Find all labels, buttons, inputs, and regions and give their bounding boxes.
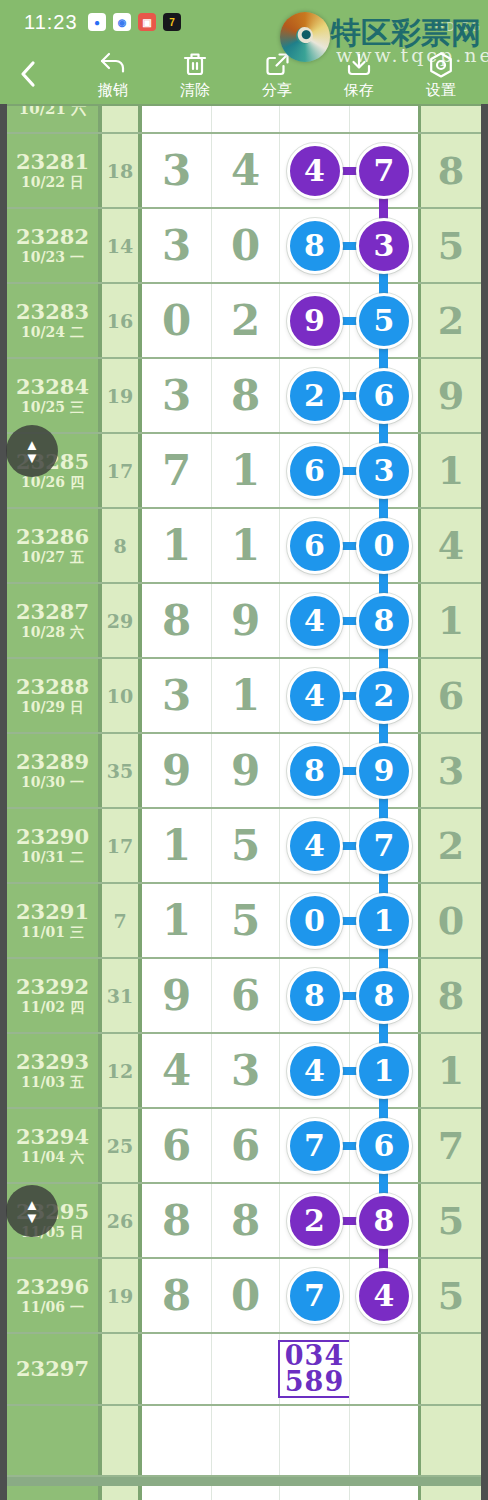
issue-date: 10/31 二 (21, 850, 84, 865)
digit-2: 9 (231, 596, 260, 645)
clear-label: 清除 (180, 81, 210, 100)
digit-cell-1: 8 (142, 584, 211, 657)
sum-value: 18 (107, 160, 133, 182)
digit-cell-2: 1 (211, 659, 279, 732)
issue-number: 23297 (16, 1358, 89, 1380)
sum-cell: 17 (102, 809, 138, 882)
issue-number: 23293 (16, 1051, 89, 1073)
sum-value: 12 (107, 1060, 133, 1082)
sum-cell: 26 (102, 1184, 138, 1257)
prediction-pick-box[interactable]: 034 589 (278, 1340, 351, 1397)
sum-value: 17 (107, 835, 133, 857)
issue-cell: 23297 (7, 1334, 98, 1404)
undo-label: 撤销 (98, 81, 128, 100)
tail-cell: 0 (421, 884, 481, 957)
digit-1: 3 (162, 671, 191, 720)
marked-number-circle-1[interactable]: 8 (287, 968, 343, 1024)
digit-1: 8 (162, 1196, 191, 1245)
sum-value: 10 (107, 685, 133, 707)
issue-number: 23290 (16, 826, 89, 848)
digit-1: 1 (162, 821, 191, 870)
issue-date: 10/24 二 (21, 325, 84, 340)
circle-cell-2: 2 (349, 659, 418, 732)
table-row: 23295 11/05 日 26 8 8 2 8 5 (7, 1184, 481, 1259)
circle-cell-2: 0 (349, 509, 418, 582)
digit-cell-2: 8 (211, 1184, 279, 1257)
digit-1: 7 (162, 446, 191, 495)
tail-cell: 2 (421, 284, 481, 357)
issue-number: 23282 (16, 226, 89, 248)
table-row-next-draw: 23297 034 589 (7, 1334, 481, 1406)
digit-2: 6 (231, 971, 260, 1020)
marked-number-circle-2[interactable]: 3 (356, 443, 412, 499)
tail-digit: 7 (438, 1123, 464, 1168)
tail-cell: 9 (421, 359, 481, 432)
sum-cell: 31 (102, 959, 138, 1032)
digit-2: 0 (231, 221, 260, 270)
issue-cell: 23284 10/25 三 (7, 359, 98, 432)
issue-date: 10/28 六 (21, 625, 84, 640)
marked-number-circle-1[interactable]: 4 (287, 1043, 343, 1099)
tail-digit: 3 (438, 748, 464, 793)
issue-date: 10/21 六 (19, 106, 86, 118)
digit-cell-1: 4 (142, 1034, 211, 1107)
marked-number-circle-2[interactable]: 9 (356, 743, 412, 799)
digit-1: 3 (162, 371, 191, 420)
sum-cell: 35 (102, 734, 138, 807)
tail-cell: 4 (421, 509, 481, 582)
digit-cell-1: 1 (142, 509, 211, 582)
digit-cell-2: 5 (211, 884, 279, 957)
digit-cell-1: 3 (142, 134, 211, 207)
trend-table: 10/21 六 23281 10/22 日 18 3 4 4 7 8 23282 (7, 104, 481, 1500)
download-icon (344, 50, 374, 80)
table-row: 23285 10/26 四 17 7 1 6 3 1 (7, 434, 481, 509)
app-screen: 11:23 ●◉▣7 HD 5G 特区彩票网 www.tqcp.net 撤销 (0, 0, 488, 1500)
sum-cell: 18 (102, 134, 138, 207)
digit-1: 6 (162, 1121, 191, 1170)
table-row: 23286 10/27 五 8 1 1 6 0 4 (7, 509, 481, 584)
sum-cell: 12 (102, 1034, 138, 1107)
digit-1: 9 (162, 971, 191, 1020)
issue-cell: 23294 11/04 六 (7, 1109, 98, 1182)
issue-number: 23292 (16, 976, 89, 998)
circle-cell-2: 6 (349, 359, 418, 432)
tail-digit: 5 (438, 1198, 464, 1243)
circle-cell-1: 8 (279, 209, 349, 282)
sum-cell: 14 (102, 209, 138, 282)
marked-number-circle-1[interactable]: 7 (287, 1118, 343, 1174)
digit-cell-2: 1 (211, 509, 279, 582)
share-button[interactable]: 分享 (236, 42, 318, 100)
pick-line-2: 589 (285, 1369, 344, 1395)
digit-2: 4 (231, 146, 260, 195)
tail-digit: 2 (438, 298, 464, 343)
marked-number-circle-2[interactable]: 7 (356, 818, 412, 874)
notification-app-icon-3: ▣ (138, 13, 156, 31)
issue-cell: 23289 10/30 一 (7, 734, 98, 807)
digit-1: 3 (162, 221, 191, 270)
table-row: 23288 10/29 日 10 3 1 4 2 6 (7, 659, 481, 734)
digit-cell-2: 3 (211, 1034, 279, 1107)
marked-number-circle-2[interactable]: 7 (356, 143, 412, 199)
digit-cell-2: 0 (211, 209, 279, 282)
share-label: 分享 (262, 81, 292, 100)
circle-cell-2: 8 (349, 584, 418, 657)
settings-label: 设置 (426, 81, 456, 100)
table-row-empty (7, 1406, 481, 1477)
digit-cell-1: 6 (142, 1109, 211, 1182)
tail-cell: 1 (421, 434, 481, 507)
tail-cell: 8 (421, 134, 481, 207)
circle-cell-2: 3 (349, 434, 418, 507)
issue-date: 10/29 日 (21, 700, 84, 715)
issue-date: 10/23 一 (21, 250, 84, 265)
sum-cell: 8 (102, 509, 138, 582)
tail-digit: 8 (438, 148, 464, 193)
digit-2: 0 (231, 1271, 260, 1320)
tail-cell: 3 (421, 734, 481, 807)
notification-app-icon-1: ● (88, 13, 106, 31)
circle-cell-1: 2 (279, 359, 349, 432)
save-button[interactable]: 保存 (318, 42, 400, 100)
issue-number: 23288 (16, 676, 89, 698)
marked-number-circle-2[interactable]: 8 (356, 1193, 412, 1249)
digit-2: 1 (231, 446, 260, 495)
digit-cell-2: 0 (211, 1259, 279, 1332)
digit-2: 8 (231, 371, 260, 420)
tail-cell: 1 (421, 1034, 481, 1107)
tail-cell: 8 (421, 959, 481, 1032)
issue-date: 11/06 一 (21, 1300, 84, 1315)
digit-cell-2: 2 (211, 284, 279, 357)
table-row: 23284 10/25 三 19 3 8 2 6 9 (7, 359, 481, 434)
issue-cell: 23286 10/27 五 (7, 509, 98, 582)
section-divider (7, 1477, 481, 1486)
notification-app-icons: ●◉▣7 (88, 13, 181, 31)
table-row-partial-bottom (7, 1486, 481, 1500)
circle-cell-2: 5 (349, 284, 418, 357)
table-row: 23287 10/28 六 29 8 9 4 8 1 (7, 584, 481, 659)
circle-cell-1: 0 (279, 884, 349, 957)
tail-digit: 6 (438, 673, 464, 718)
marked-number-circle-1[interactable]: 9 (287, 293, 343, 349)
digit-2: 2 (231, 296, 260, 345)
settings-button[interactable]: 设置 (400, 42, 482, 100)
digit-cell-2: 6 (211, 1109, 279, 1182)
digit-1: 3 (162, 146, 191, 195)
issue-cell: 10/21 六 (7, 106, 98, 132)
issue-number: 23289 (16, 751, 89, 773)
marked-number-circle-2[interactable]: 8 (356, 968, 412, 1024)
tail-digit: 2 (438, 823, 464, 868)
marked-number-circle-1[interactable]: 2 (287, 368, 343, 424)
sum-value: 19 (107, 1285, 133, 1307)
circle-cell-1: 4 (279, 1034, 349, 1107)
sum-value: 26 (107, 1210, 133, 1232)
undo-icon (98, 50, 128, 80)
status-bar: 11:23 ●◉▣7 (0, 0, 488, 42)
trash-icon (180, 50, 210, 80)
digit-cell-2: 1 (211, 434, 279, 507)
circle-cell-2: 1 (349, 1034, 418, 1107)
tail-cell: 5 (421, 1259, 481, 1332)
circle-cell-2: 6 (349, 1109, 418, 1182)
table-row: 23281 10/22 日 18 3 4 4 7 8 (7, 134, 481, 209)
circle-cell-1: 6 (279, 509, 349, 582)
sum-value: 19 (107, 385, 133, 407)
tail-digit: 9 (438, 373, 464, 418)
table-row: 23290 10/31 二 17 1 5 4 7 2 (7, 809, 481, 884)
issue-date: 11/01 三 (21, 925, 84, 940)
digit-2: 5 (231, 821, 260, 870)
triangle-down-icon: ▼ (25, 451, 40, 464)
issue-number: 23286 (16, 526, 89, 548)
digit-1: 1 (162, 521, 191, 570)
circle-cell-2: 8 (349, 1184, 418, 1257)
circle-cell-1: 4 (279, 134, 349, 207)
issue-date: 10/22 日 (21, 175, 84, 190)
marked-number-circle-2[interactable]: 6 (356, 1118, 412, 1174)
issue-date: 11/03 五 (21, 1075, 84, 1090)
tail-digit: 4 (438, 523, 464, 568)
tail-cell: 2 (421, 809, 481, 882)
circle-cell-2: 4 (349, 1259, 418, 1332)
marked-number-circle-1[interactable]: 2 (287, 1193, 343, 1249)
notification-app-icon-2: ◉ (113, 13, 131, 31)
scroll-updown-button-2[interactable]: ▲ ▼ (6, 1185, 58, 1237)
tail-cell: 6 (421, 659, 481, 732)
issue-cell: 23282 10/23 一 (7, 209, 98, 282)
digit-2: 6 (231, 1121, 260, 1170)
share-icon (262, 50, 292, 80)
circle-cell-2: 7 (349, 809, 418, 882)
tail-digit: 1 (438, 598, 464, 643)
digit-2: 1 (231, 521, 260, 570)
trend-chart-board: 10/21 六 23281 10/22 日 18 3 4 4 7 8 23282 (0, 104, 488, 1500)
triangle-down-icon: ▼ (25, 1211, 40, 1224)
marked-number-circle-2[interactable]: 4 (356, 1268, 412, 1324)
marked-number-circle-1[interactable]: 7 (287, 1268, 343, 1324)
marked-number-circle-2[interactable]: 1 (356, 893, 412, 949)
digit-cell-1: 9 (142, 734, 211, 807)
tail-digit: 1 (438, 1048, 464, 1093)
circle-cell-1: 6 (279, 434, 349, 507)
table-row: 23292 11/02 四 31 9 6 8 8 8 (7, 959, 481, 1034)
circle-cell-1: 9 (279, 284, 349, 357)
sum-cell: 19 (102, 359, 138, 432)
digit-cell-1: 8 (142, 1259, 211, 1332)
issue-date: 10/30 一 (21, 775, 84, 790)
issue-cell: 23288 10/29 日 (7, 659, 98, 732)
marked-number-circle-2[interactable]: 0 (356, 518, 412, 574)
marked-number-circle-2[interactable]: 8 (356, 593, 412, 649)
issue-cell: 23287 10/28 六 (7, 584, 98, 657)
marked-number-circle-1[interactable]: 6 (287, 518, 343, 574)
digit-cell-1: 7 (142, 434, 211, 507)
issue-number: 23287 (16, 601, 89, 623)
clear-button[interactable]: 清除 (154, 42, 236, 100)
issue-cell: 23293 11/03 五 (7, 1034, 98, 1107)
clock-time: 11:23 (24, 11, 78, 34)
digit-2: 9 (231, 746, 260, 795)
digit-cell-1: 3 (142, 359, 211, 432)
circle-cell-1: 4 (279, 659, 349, 732)
sum-cell: 7 (102, 884, 138, 957)
marked-number-circle-1[interactable]: 8 (287, 743, 343, 799)
marked-number-circle-2[interactable]: 2 (356, 668, 412, 724)
marked-number-circle-2[interactable]: 3 (356, 218, 412, 274)
table-row: 23294 11/04 六 25 6 6 7 6 7 (7, 1109, 481, 1184)
sum-value: 25 (107, 1135, 133, 1157)
table-row: 23291 11/01 三 7 1 5 0 1 0 (7, 884, 481, 959)
issue-number: 23281 (16, 151, 89, 173)
issue-cell: 23290 10/31 二 (7, 809, 98, 882)
digit-cell-1: 3 (142, 209, 211, 282)
sum-value: 14 (107, 235, 133, 257)
sum-value: 29 (107, 610, 133, 632)
issue-cell: 23292 11/02 四 (7, 959, 98, 1032)
digit-cell-1: 1 (142, 809, 211, 882)
circle-cell-2: 9 (349, 734, 418, 807)
circle-cell-1: 4 (279, 584, 349, 657)
chevron-left-icon (14, 57, 48, 91)
sum-cell: 16 (102, 284, 138, 357)
circle-cell-1: 8 (279, 734, 349, 807)
circle-cell-2: 7 (349, 134, 418, 207)
tail-digit: 0 (438, 898, 464, 943)
save-label: 保存 (344, 81, 374, 100)
table-row: 23293 11/03 五 12 4 3 4 1 1 (7, 1034, 481, 1109)
issue-number: 23294 (16, 1126, 89, 1148)
table-row: 23289 10/30 一 35 9 9 8 9 3 (7, 734, 481, 809)
issue-cell: 23291 11/01 三 (7, 884, 98, 957)
settings-hexagon-icon (426, 50, 456, 80)
circle-cell-1: 4 (279, 809, 349, 882)
issue-number: 23284 (16, 376, 89, 398)
issue-date: 10/26 四 (21, 475, 84, 490)
issue-number: 23283 (16, 301, 89, 323)
digit-1: 4 (162, 1046, 191, 1095)
digit-cell-2: 9 (211, 734, 279, 807)
sum-cell: 17 (102, 434, 138, 507)
sum-value: 31 (107, 985, 133, 1007)
tail-digit: 8 (438, 973, 464, 1018)
circle-cell-2: 8 (349, 959, 418, 1032)
issue-date: 11/02 四 (21, 1000, 84, 1015)
issue-cell: 23296 11/06 一 (7, 1259, 98, 1332)
notification-app-icon-4: 7 (163, 13, 181, 31)
marked-number-circle-1[interactable]: 4 (287, 668, 343, 724)
digit-2: 1 (231, 671, 260, 720)
digit-cell-2: 5 (211, 809, 279, 882)
sum-cell: 19 (102, 1259, 138, 1332)
toolbar-buttons: 撤销 清除 分享 保存 (72, 42, 482, 100)
circle-cell-1: 7 (279, 1259, 349, 1332)
circle-cell-1: 7 (279, 1109, 349, 1182)
issue-number: 23291 (16, 901, 89, 923)
digit-1: 9 (162, 746, 191, 795)
digit-cell-1: 0 (142, 284, 211, 357)
issue-date: 10/27 五 (21, 550, 84, 565)
marked-number-circle-2[interactable]: 6 (356, 368, 412, 424)
tail-digit: 5 (438, 1273, 464, 1318)
issue-cell: 23281 10/22 日 (7, 134, 98, 207)
digit-cell-2: 9 (211, 584, 279, 657)
data-rows: 23281 10/22 日 18 3 4 4 7 8 23282 10/23 一… (7, 134, 481, 1334)
tail-digit: 1 (438, 448, 464, 493)
marked-number-circle-2[interactable]: 1 (356, 1043, 412, 1099)
digit-1: 1 (162, 896, 191, 945)
sum-value: 7 (113, 910, 126, 932)
issue-date: 11/04 六 (21, 1150, 84, 1165)
back-button[interactable] (14, 54, 48, 94)
digit-cell-1: 8 (142, 1184, 211, 1257)
sum-value: 16 (107, 310, 133, 332)
circle-cell-1: 8 (279, 959, 349, 1032)
digit-1: 0 (162, 296, 191, 345)
circle-cell-2: 3 (349, 209, 418, 282)
digit-cell-2: 4 (211, 134, 279, 207)
marked-number-circle-1[interactable]: 4 (287, 818, 343, 874)
tail-cell: 5 (421, 1184, 481, 1257)
table-row: 23296 11/06 一 19 8 0 7 4 5 (7, 1259, 481, 1334)
digit-2: 3 (231, 1046, 260, 1095)
marked-number-circle-1[interactable]: 0 (287, 893, 343, 949)
tail-cell: 1 (421, 584, 481, 657)
marked-number-circle-1[interactable]: 6 (287, 443, 343, 499)
toolbar: 撤销 清除 分享 保存 (0, 42, 488, 104)
marked-number-circle-1[interactable]: 4 (287, 593, 343, 649)
sum-cell: 10 (102, 659, 138, 732)
tail-cell: 5 (421, 209, 481, 282)
tail-digit: 5 (438, 223, 464, 268)
marked-number-circle-1[interactable]: 8 (287, 218, 343, 274)
sum-value: 8 (113, 535, 126, 557)
issue-number: 23296 (16, 1276, 89, 1298)
scroll-updown-button-1[interactable]: ▲ ▼ (6, 425, 58, 477)
sum-cell: 25 (102, 1109, 138, 1182)
table-row: 23282 10/23 一 14 3 0 8 3 5 (7, 209, 481, 284)
digit-1: 8 (162, 1271, 191, 1320)
digit-cell-1: 1 (142, 884, 211, 957)
sum-value: 35 (107, 760, 133, 782)
table-row-partial-top: 10/21 六 (7, 106, 481, 134)
digit-cell-1: 3 (142, 659, 211, 732)
undo-button[interactable]: 撤销 (72, 42, 154, 100)
marked-number-circle-1[interactable]: 4 (287, 143, 343, 199)
digit-cell-2: 6 (211, 959, 279, 1032)
tail-cell: 7 (421, 1109, 481, 1182)
digit-2: 5 (231, 896, 260, 945)
digit-1: 8 (162, 596, 191, 645)
circle-cell-1: 2 (279, 1184, 349, 1257)
digit-cell-2: 8 (211, 359, 279, 432)
digit-cell-1: 9 (142, 959, 211, 1032)
issue-cell: 23283 10/24 二 (7, 284, 98, 357)
digit-2: 8 (231, 1196, 260, 1245)
sum-cell: 29 (102, 584, 138, 657)
sum-value: 17 (107, 460, 133, 482)
table-row: 23283 10/24 二 16 0 2 9 5 2 (7, 284, 481, 359)
issue-date: 10/25 三 (21, 400, 84, 415)
marked-number-circle-2[interactable]: 5 (356, 293, 412, 349)
circle-cell-2: 1 (349, 884, 418, 957)
